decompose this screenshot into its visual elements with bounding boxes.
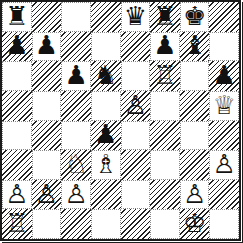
white-queen[interactable]: ♕ <box>213 92 236 118</box>
square-a7[interactable]: ♟ <box>2 32 32 62</box>
square-c6[interactable]: ♟ <box>61 61 91 91</box>
black-queen[interactable]: ♛ <box>124 3 147 29</box>
white-bishop[interactable]: ♗ <box>94 151 117 177</box>
square-h1[interactable] <box>209 209 239 239</box>
black-pawn[interactable]: ♟ <box>35 32 58 58</box>
chess-diagram: ♜♛♜♚♟♟♟♝♟♞♖♟♙♕♟♘♗♙♙♙♙♙♖♔ <box>0 0 243 243</box>
square-h5[interactable]: ♕ <box>209 91 239 121</box>
square-d1[interactable] <box>91 209 121 239</box>
white-rook[interactable]: ♖ <box>5 210 28 236</box>
square-f5[interactable] <box>150 91 180 121</box>
square-e6[interactable] <box>121 61 151 91</box>
square-g5[interactable] <box>180 91 210 121</box>
square-a2[interactable]: ♙ <box>2 180 32 210</box>
square-a8[interactable]: ♜ <box>2 2 32 32</box>
white-pawn[interactable]: ♙ <box>64 181 87 207</box>
square-g4[interactable] <box>180 121 210 151</box>
square-e8[interactable]: ♛ <box>121 2 151 32</box>
square-g3[interactable] <box>180 150 210 180</box>
square-a1[interactable]: ♖ <box>2 209 32 239</box>
square-e2[interactable] <box>121 180 151 210</box>
black-rook[interactable]: ♜ <box>153 3 176 29</box>
white-pawn[interactable]: ♙ <box>5 181 28 207</box>
black-pawn[interactable]: ♟ <box>153 32 176 58</box>
square-a4[interactable] <box>2 121 32 151</box>
square-h2[interactable] <box>209 180 239 210</box>
square-b3[interactable] <box>32 150 62 180</box>
square-h8[interactable] <box>209 2 239 32</box>
square-b8[interactable] <box>32 2 62 32</box>
square-d8[interactable] <box>91 2 121 32</box>
square-b5[interactable] <box>32 91 62 121</box>
square-d3[interactable]: ♗ <box>91 150 121 180</box>
black-bishop[interactable]: ♝ <box>183 32 206 58</box>
square-a5[interactable] <box>2 91 32 121</box>
square-c7[interactable] <box>61 32 91 62</box>
square-c2[interactable]: ♙ <box>61 180 91 210</box>
square-h7[interactable] <box>209 32 239 62</box>
square-d6[interactable]: ♞ <box>91 61 121 91</box>
square-c5[interactable] <box>61 91 91 121</box>
square-a6[interactable] <box>2 61 32 91</box>
square-b6[interactable] <box>32 61 62 91</box>
square-f1[interactable] <box>150 209 180 239</box>
square-f4[interactable] <box>150 121 180 151</box>
square-d7[interactable] <box>91 32 121 62</box>
square-b2[interactable]: ♙ <box>32 180 62 210</box>
square-f2[interactable] <box>150 180 180 210</box>
square-d2[interactable] <box>91 180 121 210</box>
square-h4[interactable] <box>209 121 239 151</box>
chess-board: ♜♛♜♚♟♟♟♝♟♞♖♟♙♕♟♘♗♙♙♙♙♙♖♔ <box>0 0 241 241</box>
white-pawn[interactable]: ♙ <box>35 181 58 207</box>
square-g6[interactable] <box>180 61 210 91</box>
square-c8[interactable] <box>61 2 91 32</box>
square-c3[interactable]: ♘ <box>61 150 91 180</box>
square-e1[interactable] <box>121 209 151 239</box>
white-rook[interactable]: ♖ <box>153 62 176 88</box>
black-pawn[interactable]: ♟ <box>64 62 87 88</box>
square-c4[interactable] <box>61 121 91 151</box>
square-c1[interactable] <box>61 209 91 239</box>
square-d5[interactable] <box>91 91 121 121</box>
black-knight[interactable]: ♞ <box>94 62 117 88</box>
square-e7[interactable] <box>121 32 151 62</box>
square-e5[interactable]: ♙ <box>121 91 151 121</box>
black-pawn[interactable]: ♟ <box>213 62 236 88</box>
square-h3[interactable]: ♙ <box>209 150 239 180</box>
square-f8[interactable]: ♜ <box>150 2 180 32</box>
square-g2[interactable]: ♙ <box>180 180 210 210</box>
black-pawn[interactable]: ♟ <box>5 32 28 58</box>
square-b1[interactable] <box>32 209 62 239</box>
square-f6[interactable]: ♖ <box>150 61 180 91</box>
square-h6[interactable]: ♟ <box>209 61 239 91</box>
white-king[interactable]: ♔ <box>183 210 206 236</box>
square-g7[interactable]: ♝ <box>180 32 210 62</box>
square-e4[interactable] <box>121 121 151 151</box>
square-f3[interactable] <box>150 150 180 180</box>
square-b4[interactable] <box>32 121 62 151</box>
square-a3[interactable] <box>2 150 32 180</box>
white-pawn[interactable]: ♙ <box>124 92 147 118</box>
black-rook[interactable]: ♜ <box>5 3 28 29</box>
white-knight[interactable]: ♘ <box>64 151 87 177</box>
square-g8[interactable]: ♚ <box>180 2 210 32</box>
square-e3[interactable] <box>121 150 151 180</box>
square-b7[interactable]: ♟ <box>32 32 62 62</box>
black-king[interactable]: ♚ <box>183 3 206 29</box>
black-pawn[interactable]: ♟ <box>94 121 117 147</box>
white-pawn[interactable]: ♙ <box>183 181 206 207</box>
square-f7[interactable]: ♟ <box>150 32 180 62</box>
square-d4[interactable]: ♟ <box>91 121 121 151</box>
square-g1[interactable]: ♔ <box>180 209 210 239</box>
white-pawn[interactable]: ♙ <box>213 151 236 177</box>
